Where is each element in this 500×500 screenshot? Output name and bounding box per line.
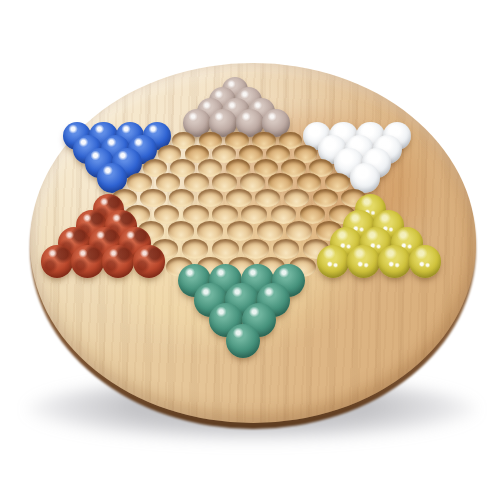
- marble-yellow[interactable]: [409, 245, 442, 278]
- marble-red[interactable]: [133, 245, 166, 278]
- chinese-checkers-photo: [0, 0, 500, 500]
- marble-yellow[interactable]: [317, 245, 350, 278]
- board-hole[interactable]: [212, 239, 239, 259]
- board-hole[interactable]: [182, 239, 209, 259]
- board-hole[interactable]: [257, 221, 283, 241]
- board-hole[interactable]: [226, 189, 251, 208]
- board-hole[interactable]: [273, 239, 300, 259]
- board-hole[interactable]: [168, 221, 194, 241]
- board-hole[interactable]: [242, 239, 269, 259]
- marble-red[interactable]: [102, 245, 135, 278]
- board-hole[interactable]: [286, 221, 312, 241]
- marble-yellow[interactable]: [378, 245, 411, 278]
- marble-red[interactable]: [71, 245, 104, 278]
- marble-red[interactable]: [41, 245, 74, 278]
- board-hole[interactable]: [227, 221, 253, 241]
- board-grid: [0, 0, 500, 500]
- board-hole[interactable]: [197, 221, 223, 241]
- marble-yellow[interactable]: [347, 245, 380, 278]
- marble-green[interactable]: [226, 324, 261, 359]
